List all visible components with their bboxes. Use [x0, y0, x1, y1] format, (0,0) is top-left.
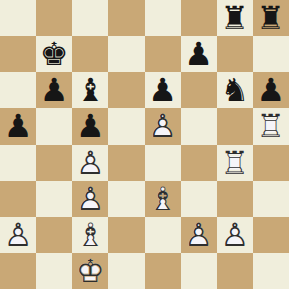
square-b7[interactable]: ♚ — [36, 36, 72, 72]
piece-white-rook[interactable]: ♜♖ — [217, 145, 253, 181]
square-f2[interactable]: ♟♙ — [181, 217, 217, 253]
square-c2[interactable]: ♝♗ — [72, 217, 108, 253]
square-e4[interactable] — [145, 145, 181, 181]
rook-glyph: ♜ — [217, 0, 253, 36]
square-b6[interactable]: ♟ — [36, 72, 72, 108]
piece-black-knight[interactable]: ♞ — [217, 72, 253, 108]
rook-glyph: ♜ — [253, 0, 289, 36]
square-g6[interactable]: ♞ — [217, 72, 253, 108]
square-g3[interactable] — [217, 181, 253, 217]
square-a6[interactable] — [0, 72, 36, 108]
square-c3[interactable]: ♟♙ — [72, 181, 108, 217]
piece-white-bishop[interactable]: ♝♗ — [145, 181, 181, 217]
piece-white-king[interactable]: ♚♔ — [72, 253, 108, 289]
square-h5[interactable]: ♜♖ — [253, 108, 289, 144]
square-c8[interactable] — [72, 0, 108, 36]
square-h3[interactable] — [253, 181, 289, 217]
pawn-glyph: ♟ — [181, 36, 217, 72]
pawn-glyph-outline: ♙ — [0, 217, 36, 253]
square-c1[interactable]: ♚♔ — [72, 253, 108, 289]
piece-white-bishop[interactable]: ♝♗ — [72, 217, 108, 253]
square-d3[interactable] — [108, 181, 144, 217]
square-h4[interactable] — [253, 145, 289, 181]
square-g5[interactable] — [217, 108, 253, 144]
square-d7[interactable] — [108, 36, 144, 72]
square-f1[interactable] — [181, 253, 217, 289]
piece-white-rook[interactable]: ♜♖ — [253, 108, 289, 144]
square-c5[interactable]: ♟ — [72, 108, 108, 144]
bishop-glyph: ♝ — [72, 72, 108, 108]
square-d1[interactable] — [108, 253, 144, 289]
square-g8[interactable]: ♜ — [217, 0, 253, 36]
square-e5[interactable]: ♟♙ — [145, 108, 181, 144]
square-h7[interactable] — [253, 36, 289, 72]
pawn-glyph-outline: ♙ — [72, 145, 108, 181]
piece-black-king[interactable]: ♚ — [36, 36, 72, 72]
square-a8[interactable] — [0, 0, 36, 36]
square-b4[interactable] — [36, 145, 72, 181]
square-a7[interactable] — [0, 36, 36, 72]
pawn-glyph-outline: ♙ — [72, 181, 108, 217]
piece-black-bishop[interactable]: ♝ — [72, 72, 108, 108]
square-g7[interactable] — [217, 36, 253, 72]
pawn-glyph: ♟ — [0, 108, 36, 144]
square-g1[interactable] — [217, 253, 253, 289]
piece-white-pawn[interactable]: ♟♙ — [0, 217, 36, 253]
piece-black-pawn[interactable]: ♟ — [253, 72, 289, 108]
square-d6[interactable] — [108, 72, 144, 108]
piece-white-pawn[interactable]: ♟♙ — [72, 181, 108, 217]
rook-glyph-outline: ♖ — [253, 108, 289, 144]
pawn-glyph: ♟ — [72, 108, 108, 144]
square-g4[interactable]: ♜♖ — [217, 145, 253, 181]
pawn-glyph-outline: ♙ — [217, 217, 253, 253]
piece-black-pawn[interactable]: ♟ — [181, 36, 217, 72]
square-f8[interactable] — [181, 0, 217, 36]
square-d8[interactable] — [108, 0, 144, 36]
square-b3[interactable] — [36, 181, 72, 217]
square-c4[interactable]: ♟♙ — [72, 145, 108, 181]
chess-board: ♜♜♚♟♟♝♟♞♟♟♟♟♙♜♖♟♙♜♖♟♙♝♗♟♙♝♗♟♙♟♙♚♔ — [0, 0, 289, 289]
square-d5[interactable] — [108, 108, 144, 144]
square-h8[interactable]: ♜ — [253, 0, 289, 36]
square-h6[interactable]: ♟ — [253, 72, 289, 108]
square-f4[interactable] — [181, 145, 217, 181]
pawn-glyph: ♟ — [253, 72, 289, 108]
knight-glyph: ♞ — [217, 72, 253, 108]
square-d4[interactable] — [108, 145, 144, 181]
square-h1[interactable] — [253, 253, 289, 289]
pawn-glyph-outline: ♙ — [181, 217, 217, 253]
piece-black-pawn[interactable]: ♟ — [145, 72, 181, 108]
square-d2[interactable] — [108, 217, 144, 253]
square-e3[interactable]: ♝♗ — [145, 181, 181, 217]
square-a4[interactable] — [0, 145, 36, 181]
square-a2[interactable]: ♟♙ — [0, 217, 36, 253]
king-glyph: ♚ — [36, 36, 72, 72]
square-e1[interactable] — [145, 253, 181, 289]
square-a1[interactable] — [0, 253, 36, 289]
piece-white-pawn[interactable]: ♟♙ — [72, 145, 108, 181]
square-a5[interactable]: ♟ — [0, 108, 36, 144]
piece-black-rook[interactable]: ♜ — [217, 0, 253, 36]
piece-black-pawn[interactable]: ♟ — [0, 108, 36, 144]
piece-black-pawn[interactable]: ♟ — [36, 72, 72, 108]
square-e8[interactable] — [145, 0, 181, 36]
square-e6[interactable]: ♟ — [145, 72, 181, 108]
square-b2[interactable] — [36, 217, 72, 253]
pawn-glyph-outline: ♙ — [145, 108, 181, 144]
bishop-glyph-outline: ♗ — [145, 181, 181, 217]
square-b5[interactable] — [36, 108, 72, 144]
square-h2[interactable] — [253, 217, 289, 253]
king-glyph-outline: ♔ — [72, 253, 108, 289]
square-b8[interactable] — [36, 0, 72, 36]
square-f3[interactable] — [181, 181, 217, 217]
square-f7[interactable]: ♟ — [181, 36, 217, 72]
piece-black-pawn[interactable]: ♟ — [72, 108, 108, 144]
piece-white-pawn[interactable]: ♟♙ — [181, 217, 217, 253]
square-c7[interactable] — [72, 36, 108, 72]
piece-white-pawn[interactable]: ♟♙ — [145, 108, 181, 144]
square-a3[interactable] — [0, 181, 36, 217]
piece-black-rook[interactable]: ♜ — [253, 0, 289, 36]
pawn-glyph: ♟ — [145, 72, 181, 108]
square-e7[interactable] — [145, 36, 181, 72]
bishop-glyph-outline: ♗ — [72, 217, 108, 253]
square-g2[interactable]: ♟♙ — [217, 217, 253, 253]
square-f5[interactable] — [181, 108, 217, 144]
square-f6[interactable] — [181, 72, 217, 108]
pawn-glyph: ♟ — [36, 72, 72, 108]
piece-white-pawn[interactable]: ♟♙ — [217, 217, 253, 253]
square-c6[interactable]: ♝ — [72, 72, 108, 108]
rook-glyph-outline: ♖ — [217, 145, 253, 181]
square-b1[interactable] — [36, 253, 72, 289]
square-e2[interactable] — [145, 217, 181, 253]
